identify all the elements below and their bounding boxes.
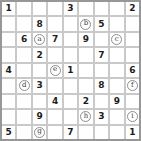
cell-r3c8[interactable]: c — [110, 33, 123, 46]
circled-letter-a: a — [34, 34, 45, 45]
given-digit: 8 — [36, 20, 42, 29]
given-digit: 6 — [129, 66, 135, 75]
cell-r1c2[interactable] — [17, 2, 30, 15]
cell-r7c5[interactable] — [64, 95, 77, 108]
circled-letter-h: h — [80, 111, 91, 122]
given-digit: 7 — [67, 128, 73, 137]
circled-letter-b: b — [80, 19, 91, 30]
cell-r9c5[interactable]: 7 — [64, 126, 77, 139]
cell-r1c3[interactable] — [33, 2, 46, 15]
cell-r9c9[interactable]: 1 — [126, 126, 139, 139]
given-digit: 4 — [52, 97, 58, 106]
cell-r1c6[interactable] — [79, 2, 92, 15]
given-digit: 6 — [21, 35, 27, 44]
cell-r1c8[interactable] — [110, 2, 123, 15]
given-digit: 2 — [36, 51, 42, 60]
cell-r2c3[interactable]: 8 — [33, 17, 46, 30]
given-digit: 7 — [52, 35, 58, 44]
given-digit: 1 — [67, 66, 73, 75]
cell-r8c8[interactable] — [110, 110, 123, 123]
given-digit: 8 — [98, 81, 104, 90]
cell-r3c6[interactable]: 9 — [79, 33, 92, 46]
given-digit: 3 — [36, 81, 42, 90]
cell-r3c4[interactable]: 7 — [48, 33, 61, 46]
given-digit: 9 — [36, 112, 42, 121]
cell-r5c3[interactable] — [33, 64, 46, 77]
given-digit: 9 — [114, 97, 120, 106]
cell-r7c8[interactable]: 9 — [110, 95, 123, 108]
sudoku-board: 1328b56a79c274e16d38f4299h3i5g71 — [0, 0, 141, 141]
circled-letter-c: c — [111, 34, 122, 45]
cell-r1c4[interactable] — [48, 2, 61, 15]
cell-r2c6[interactable]: b — [79, 17, 92, 30]
cell-r5c5[interactable]: 1 — [64, 64, 77, 77]
cell-r9c7[interactable] — [95, 126, 108, 139]
cell-r6c5[interactable] — [64, 79, 77, 92]
cell-r8c1[interactable] — [2, 110, 15, 123]
cell-r2c4[interactable] — [48, 17, 61, 30]
cell-r2c5[interactable] — [64, 17, 77, 30]
circled-letter-f: f — [127, 80, 138, 91]
cell-r5c6[interactable] — [79, 64, 92, 77]
given-digit: 3 — [98, 112, 104, 121]
cell-r3c5[interactable] — [64, 33, 77, 46]
given-digit: 3 — [67, 4, 73, 13]
cell-r9c6[interactable] — [79, 126, 92, 139]
cell-r2c7[interactable]: 5 — [95, 17, 108, 30]
given-digit: 5 — [98, 20, 104, 29]
cell-r1c9[interactable]: 2 — [126, 2, 139, 15]
cell-r3c7[interactable] — [95, 33, 108, 46]
cell-r7c2[interactable] — [17, 95, 30, 108]
cell-r4c3[interactable]: 2 — [33, 48, 46, 61]
cell-r7c4[interactable]: 4 — [48, 95, 61, 108]
cell-r4c9[interactable] — [126, 48, 139, 61]
cell-r4c2[interactable] — [17, 48, 30, 61]
cell-r7c9[interactable] — [126, 95, 139, 108]
cell-r1c7[interactable] — [95, 2, 108, 15]
cell-r6c9[interactable]: f — [126, 79, 139, 92]
cell-r7c6[interactable]: 2 — [79, 95, 92, 108]
cell-r5c9[interactable]: 6 — [126, 64, 139, 77]
cell-r2c2[interactable] — [17, 17, 30, 30]
cell-r6c2[interactable]: d — [17, 79, 30, 92]
cell-r4c5[interactable] — [64, 48, 77, 61]
cell-r6c8[interactable] — [110, 79, 123, 92]
cell-r6c1[interactable] — [2, 79, 15, 92]
cell-r5c7[interactable] — [95, 64, 108, 77]
cell-r3c9[interactable] — [126, 33, 139, 46]
given-digit: 1 — [6, 4, 12, 13]
circled-letter-i: i — [127, 111, 138, 122]
cell-r9c4[interactable] — [48, 126, 61, 139]
cell-r8c6[interactable]: h — [79, 110, 92, 123]
cell-r1c5[interactable]: 3 — [64, 2, 77, 15]
given-digit: 1 — [129, 128, 135, 137]
cell-r9c8[interactable] — [110, 126, 123, 139]
cell-r8c3[interactable]: 9 — [33, 110, 46, 123]
cell-r3c1[interactable] — [2, 33, 15, 46]
cell-r5c8[interactable] — [110, 64, 123, 77]
cell-r4c6[interactable] — [79, 48, 92, 61]
cell-r8c4[interactable] — [48, 110, 61, 123]
cell-r7c3[interactable] — [33, 95, 46, 108]
cell-r3c2[interactable]: 6 — [17, 33, 30, 46]
cell-r6c7[interactable]: 8 — [95, 79, 108, 92]
cell-r5c4[interactable]: e — [48, 64, 61, 77]
given-digit: 2 — [83, 97, 89, 106]
given-digit: 2 — [129, 4, 135, 13]
cell-r4c8[interactable] — [110, 48, 123, 61]
circled-letter-d: d — [19, 80, 30, 91]
cell-r6c3[interactable]: 3 — [33, 79, 46, 92]
cell-r3c3[interactable]: a — [33, 33, 46, 46]
cell-r8c9[interactable]: i — [126, 110, 139, 123]
given-digit: 9 — [83, 35, 89, 44]
cell-r5c2[interactable] — [17, 64, 30, 77]
cell-r5c1[interactable]: 4 — [2, 64, 15, 77]
cell-r9c2[interactable] — [17, 126, 30, 139]
given-digit: 5 — [6, 128, 12, 137]
cell-r1c1[interactable]: 1 — [2, 2, 15, 15]
cell-r4c4[interactable] — [48, 48, 61, 61]
cell-r4c1[interactable] — [2, 48, 15, 61]
circled-letter-e: e — [50, 65, 61, 76]
cell-r6c6[interactable] — [79, 79, 92, 92]
cell-r6c4[interactable] — [48, 79, 61, 92]
cell-r2c9[interactable] — [126, 17, 139, 30]
cell-r8c7[interactable]: 3 — [95, 110, 108, 123]
cell-r2c8[interactable] — [110, 17, 123, 30]
circled-letter-g: g — [34, 127, 45, 138]
cell-r2c1[interactable] — [2, 17, 15, 30]
given-digit: 7 — [98, 51, 104, 60]
cell-r9c1[interactable]: 5 — [2, 126, 15, 139]
cell-r4c7[interactable]: 7 — [95, 48, 108, 61]
cell-r7c7[interactable] — [95, 95, 108, 108]
cell-r8c2[interactable] — [17, 110, 30, 123]
cell-r8c5[interactable] — [64, 110, 77, 123]
given-digit: 4 — [6, 66, 12, 75]
cell-r9c3[interactable]: g — [33, 126, 46, 139]
cell-r7c1[interactable] — [2, 95, 15, 108]
